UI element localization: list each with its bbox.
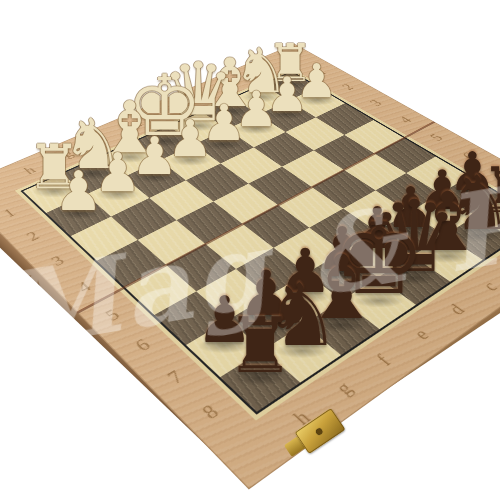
file-label-near-c: c — [478, 278, 500, 294]
rank-label-right-5: 5 — [427, 132, 447, 143]
rank-label-left-3: 3 — [48, 253, 68, 269]
file-label-near-g: g — [331, 378, 357, 399]
scene: 1122334455667788hhggffeeddccbbaa ♜♞♝♛♚♝♞… — [0, 0, 500, 493]
rank-label-left-8: 8 — [198, 401, 224, 423]
piece-black-rook-h8: ♜ — [226, 308, 295, 385]
rank-label-left-7: 7 — [163, 367, 187, 388]
piece-white-pawn-h2: ♟ — [54, 163, 103, 218]
rank-label-left-5: 5 — [102, 306, 124, 324]
rank-label-right-2: 2 — [339, 82, 357, 92]
product-photo: 1122334455667788hhggffeeddccbbaa ♜♞♝♛♚♝♞… — [0, 0, 500, 493]
file-label-near-f: f — [372, 351, 396, 369]
rank-label-left-6: 6 — [131, 336, 154, 355]
rank-label-left-4: 4 — [74, 279, 95, 296]
rank-label-right-3: 3 — [367, 98, 386, 108]
rank-label-left-1: 1 — [0, 206, 19, 220]
rank-label-right-4: 4 — [396, 115, 415, 126]
file-label-near-e: e — [409, 325, 434, 343]
file-label-near-d: d — [444, 301, 469, 319]
rank-label-left-2: 2 — [23, 229, 42, 244]
